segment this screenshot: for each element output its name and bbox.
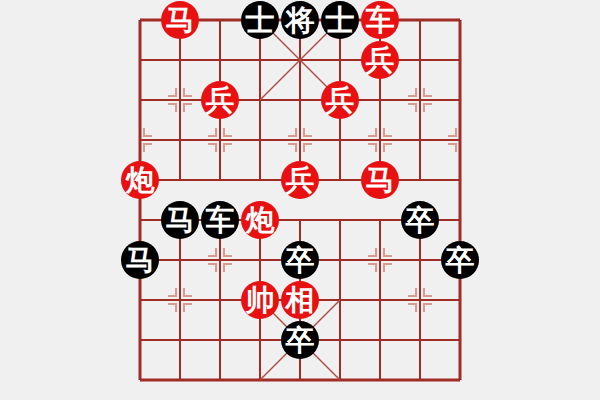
piece-red-soldier[interactable]: 兵 <box>321 81 359 119</box>
piece-black-advisor[interactable]: 士 <box>321 1 359 39</box>
piece-black-chariot[interactable]: 车 <box>201 201 239 239</box>
piece-red-horse[interactable]: 马 <box>161 1 199 39</box>
piece-red-horse[interactable]: 马 <box>361 161 399 199</box>
piece-red-soldier[interactable]: 兵 <box>281 161 319 199</box>
piece-red-chariot[interactable]: 车 <box>361 1 399 39</box>
piece-red-cannon[interactable]: 炮 <box>241 201 279 239</box>
piece-black-advisor[interactable]: 士 <box>241 1 279 39</box>
piece-red-soldier[interactable]: 兵 <box>201 81 239 119</box>
xiangqi-board: 马士将士车兵兵兵炮兵马马车炮卒马卒卒帅相卒 <box>0 0 600 400</box>
pieces-layer: 马士将士车兵兵兵炮兵马马车炮卒马卒卒帅相卒 <box>0 0 600 400</box>
piece-black-general[interactable]: 将 <box>281 1 319 39</box>
piece-black-soldier[interactable]: 卒 <box>401 201 439 239</box>
piece-black-soldier[interactable]: 卒 <box>281 241 319 279</box>
piece-red-elephant[interactable]: 相 <box>281 281 319 319</box>
piece-black-horse[interactable]: 马 <box>121 241 159 279</box>
piece-red-soldier[interactable]: 兵 <box>361 41 399 79</box>
piece-black-soldier[interactable]: 卒 <box>281 321 319 359</box>
piece-black-horse[interactable]: 马 <box>161 201 199 239</box>
piece-black-soldier[interactable]: 卒 <box>441 241 479 279</box>
piece-red-general[interactable]: 帅 <box>241 281 279 319</box>
piece-red-cannon[interactable]: 炮 <box>121 161 159 199</box>
